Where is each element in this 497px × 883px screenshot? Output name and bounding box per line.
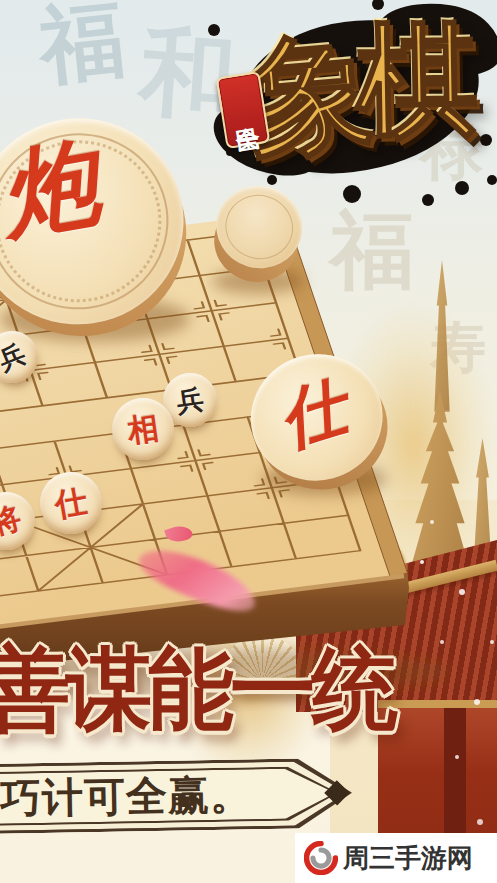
piece-character: 相 — [125, 411, 160, 446]
piece-character: 仕 — [271, 372, 353, 454]
logo-title-char: 棋 — [355, 17, 479, 141]
tagline-text: 巧计可全赢。 — [0, 759, 253, 833]
bg-calligraphy-char: 福 — [330, 208, 414, 292]
snow-specks — [420, 560, 424, 564]
bg-calligraphy-char: 福 — [36, 0, 128, 88]
gold-roof-ornament — [348, 538, 406, 602]
piece-character: 兵 — [0, 340, 29, 374]
site-watermark: 周三手游网 — [295, 833, 497, 883]
piece-character: 仕 — [52, 484, 89, 521]
piece-character: 炮 — [0, 133, 105, 244]
piece-character: 兵 — [175, 385, 205, 415]
piece-character: 将 — [0, 503, 24, 539]
temple-wall-trim — [378, 700, 497, 708]
logo-badge-text: 全民 — [231, 106, 255, 114]
promo-screenshot: 福 富 和 禄 福 寿 — [0, 0, 497, 883]
site-logo-swirl-icon — [304, 841, 338, 875]
headline-text: 善谋能一统 — [0, 640, 394, 739]
tagline-scroll: 巧计可全赢。 — [0, 758, 353, 835]
site-name: 周三手游网 — [343, 841, 473, 876]
